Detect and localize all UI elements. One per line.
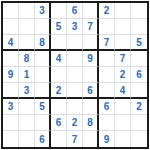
given-digit: 2: [72, 117, 78, 128]
cell-r5c2[interactable]: 1: [19, 67, 35, 83]
cell-r5c7[interactable]: [99, 67, 115, 83]
given-digit: 5: [39, 101, 45, 112]
cell-r6c2[interactable]: 3: [19, 83, 35, 99]
cell-r8c1[interactable]: [3, 115, 19, 131]
given-digit: 4: [8, 37, 14, 48]
cell-r4c1[interactable]: [3, 51, 19, 67]
cell-r2c3[interactable]: [35, 19, 51, 35]
given-digit: 2: [104, 5, 110, 16]
cell-r2c2[interactable]: [19, 19, 35, 35]
cell-r7c9[interactable]: 2: [131, 99, 147, 115]
cell-r6c8[interactable]: 4: [115, 83, 131, 99]
cell-r3c6[interactable]: [83, 35, 99, 51]
cell-r8c6[interactable]: 8: [83, 115, 99, 131]
given-digit: 6: [72, 5, 78, 16]
cell-r1c5[interactable]: 6: [67, 3, 83, 19]
cell-r8c4[interactable]: 6: [51, 115, 67, 131]
sudoku-app: 36253748758497912632643562628679: [0, 0, 150, 150]
given-digit: 5: [136, 37, 142, 48]
cell-r5c8[interactable]: 2: [115, 67, 131, 83]
cell-r2c8[interactable]: [115, 19, 131, 35]
cell-r4c6[interactable]: 9: [83, 51, 99, 67]
cell-r1c1[interactable]: [3, 3, 19, 19]
cell-r3c8[interactable]: [115, 35, 131, 51]
cell-r4c9[interactable]: [131, 51, 147, 67]
cell-r7c3[interactable]: 5: [35, 99, 51, 115]
cell-r8c7[interactable]: [99, 115, 115, 131]
cell-r5c5[interactable]: [67, 67, 83, 83]
given-digit: 2: [120, 69, 126, 80]
given-digit: 7: [104, 37, 110, 48]
cell-r9c4[interactable]: [51, 131, 67, 147]
cell-r5c9[interactable]: 6: [131, 67, 147, 83]
cell-r7c8[interactable]: [115, 99, 131, 115]
cell-r3c9[interactable]: 5: [131, 35, 147, 51]
cell-r6c4[interactable]: 2: [51, 83, 67, 99]
cell-r6c5[interactable]: [67, 83, 83, 99]
given-digit: 6: [104, 101, 110, 112]
given-digit: 6: [136, 69, 142, 80]
cell-r2c5[interactable]: 3: [67, 19, 83, 35]
given-digit: 6: [87, 85, 93, 96]
cell-r3c7[interactable]: 7: [99, 35, 115, 51]
cell-r7c7[interactable]: 6: [99, 99, 115, 115]
cell-r5c1[interactable]: 9: [3, 67, 19, 83]
cell-r9c9[interactable]: [131, 131, 147, 147]
cell-r9c8[interactable]: [115, 131, 131, 147]
given-digit: 5: [56, 21, 62, 32]
cell-r9c5[interactable]: 7: [67, 131, 83, 147]
cell-r3c2[interactable]: [19, 35, 35, 51]
cell-r8c2[interactable]: [19, 115, 35, 131]
cell-r5c6[interactable]: [83, 67, 99, 83]
given-digit: 2: [136, 101, 142, 112]
cell-r3c4[interactable]: [51, 35, 67, 51]
given-digit: 3: [72, 21, 78, 32]
cell-r3c5[interactable]: [67, 35, 83, 51]
cell-r1c6[interactable]: [83, 3, 99, 19]
cell-r9c2[interactable]: [19, 131, 35, 147]
cell-r2c4[interactable]: 5: [51, 19, 67, 35]
cell-r1c2[interactable]: [19, 3, 35, 19]
cell-r6c6[interactable]: 6: [83, 83, 99, 99]
cell-r2c9[interactable]: [131, 19, 147, 35]
cell-r1c3[interactable]: 3: [35, 3, 51, 19]
cell-r1c8[interactable]: [115, 3, 131, 19]
cell-r4c5[interactable]: [67, 51, 83, 67]
given-digit: 7: [120, 53, 126, 64]
given-digit: 6: [39, 134, 45, 145]
given-digit: 8: [24, 53, 30, 64]
cell-r6c3[interactable]: [35, 83, 51, 99]
cell-r8c9[interactable]: [131, 115, 147, 131]
cell-r4c7[interactable]: [99, 51, 115, 67]
cell-r4c3[interactable]: [35, 51, 51, 67]
cell-r9c1[interactable]: [3, 131, 19, 147]
given-digit: 6: [56, 117, 62, 128]
given-digit: 9: [8, 69, 14, 80]
cell-r9c3[interactable]: 6: [35, 131, 51, 147]
cell-r7c2[interactable]: [19, 99, 35, 115]
cell-r7c1[interactable]: 3: [3, 99, 19, 115]
given-digit: 3: [8, 101, 14, 112]
cell-r6c1[interactable]: [3, 83, 19, 99]
given-digit: 3: [24, 85, 30, 96]
given-digit: 8: [87, 117, 93, 128]
cell-r8c3[interactable]: [35, 115, 51, 131]
cell-r3c3[interactable]: 8: [35, 35, 51, 51]
given-digit: 1: [24, 69, 30, 80]
cell-r8c8[interactable]: [115, 115, 131, 131]
given-digit: 7: [87, 21, 93, 32]
cell-r1c4[interactable]: [51, 3, 67, 19]
given-digit: 9: [104, 134, 110, 145]
cell-r7c5[interactable]: [67, 99, 83, 115]
given-digit: 7: [72, 134, 78, 145]
cell-r5c3[interactable]: [35, 67, 51, 83]
given-digit: 4: [120, 85, 126, 96]
cell-r1c9[interactable]: [131, 3, 147, 19]
cell-r1c7[interactable]: 2: [99, 3, 115, 19]
cell-r6c9[interactable]: [131, 83, 147, 99]
cell-r9c6[interactable]: [83, 131, 99, 147]
cell-r2c1[interactable]: [3, 19, 19, 35]
given-digit: 3: [39, 5, 45, 16]
sudoku-board: 36253748758497912632643562628679: [1, 1, 149, 149]
cell-r7c6[interactable]: [83, 99, 99, 115]
cell-r9c7[interactable]: 9: [99, 131, 115, 147]
given-digit: 9: [87, 53, 93, 64]
cell-r2c7[interactable]: [99, 19, 115, 35]
cell-r8c5[interactable]: 2: [67, 115, 83, 131]
cell-r4c2[interactable]: 8: [19, 51, 35, 67]
cell-r5c4[interactable]: [51, 67, 67, 83]
cell-r7c4[interactable]: [51, 99, 67, 115]
cell-r6c7[interactable]: [99, 83, 115, 99]
cell-r4c8[interactable]: 7: [115, 51, 131, 67]
given-digit: 4: [56, 53, 62, 64]
given-digit: 2: [56, 85, 62, 96]
cell-r4c4[interactable]: 4: [51, 51, 67, 67]
given-digit: 8: [39, 37, 45, 48]
cell-r3c1[interactable]: 4: [3, 35, 19, 51]
cell-r2c6[interactable]: 7: [83, 19, 99, 35]
